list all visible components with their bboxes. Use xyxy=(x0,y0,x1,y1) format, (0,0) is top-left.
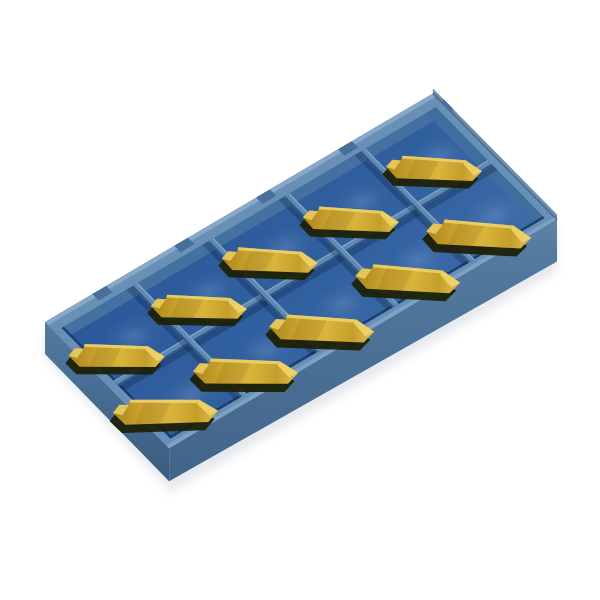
product-photo-stage xyxy=(0,0,600,600)
product-photo-svg xyxy=(0,0,600,600)
